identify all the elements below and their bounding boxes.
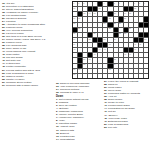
grid-cell[interactable]: 34 xyxy=(73,38,77,42)
crossword-grid[interactable]: 1234567891011121314151617181920212223242… xyxy=(72,1,149,79)
grid-cell[interactable]: 49 xyxy=(129,53,133,57)
cell-number: 37 xyxy=(114,38,116,40)
grid-cell[interactable]: 18 xyxy=(129,12,133,16)
grid-cell[interactable] xyxy=(144,64,148,68)
grid-cell[interactable]: 32 xyxy=(119,33,123,37)
grid-cell[interactable] xyxy=(129,38,133,42)
grid-cell[interactable] xyxy=(129,74,133,78)
grid-cell[interactable] xyxy=(83,69,87,73)
cell-number: 36 xyxy=(104,38,106,40)
block-cell xyxy=(73,28,77,32)
cell-number: 14 xyxy=(88,12,90,14)
grid-cell[interactable] xyxy=(98,12,102,16)
grid-cell[interactable] xyxy=(103,33,107,37)
cell-number: 42 xyxy=(139,43,141,45)
grid-cell[interactable] xyxy=(88,23,92,27)
grid-cell[interactable]: 23 xyxy=(73,23,77,27)
grid-cell[interactable]: 7 xyxy=(134,2,138,6)
grid-cell[interactable] xyxy=(134,74,138,78)
cell-number: 24 xyxy=(104,22,106,24)
grid-cell[interactable]: 1 xyxy=(73,2,77,6)
cell-number: 52 xyxy=(114,58,116,60)
grid-cell[interactable] xyxy=(98,69,102,73)
grid-cell[interactable]: 21 xyxy=(108,17,112,21)
grid-cell[interactable] xyxy=(114,74,118,78)
grid-cell[interactable] xyxy=(88,69,92,73)
grid-cell[interactable]: 17 xyxy=(124,12,128,16)
cell-number: 40 xyxy=(109,43,111,45)
cell-number: 27 xyxy=(78,27,80,29)
grid-cell[interactable] xyxy=(88,2,92,6)
grid-cell[interactable]: 14 xyxy=(88,12,92,16)
grid-cell[interactable] xyxy=(78,33,82,37)
grid-cell[interactable] xyxy=(78,43,82,47)
grid-cell[interactable]: 40 xyxy=(108,43,112,47)
grid-cell[interactable] xyxy=(129,17,133,21)
grid-cell[interactable] xyxy=(144,58,148,62)
grid-cell[interactable] xyxy=(93,2,97,6)
block-cell xyxy=(139,23,143,27)
grid-cell[interactable] xyxy=(83,23,87,27)
grid-cell[interactable]: 16 xyxy=(114,12,118,16)
grid-cell[interactable] xyxy=(139,53,143,57)
grid-cell[interactable] xyxy=(144,48,148,52)
grid-cell[interactable] xyxy=(134,64,138,68)
grid-cell[interactable] xyxy=(144,69,148,73)
cell-number: 28 xyxy=(109,27,111,29)
cell-number: 34 xyxy=(73,38,75,40)
block-cell xyxy=(103,43,107,47)
grid-cell[interactable]: 53 xyxy=(83,64,87,68)
grid-cell[interactable] xyxy=(119,64,123,68)
cell-number: 35 xyxy=(88,38,90,40)
grid-cell[interactable] xyxy=(73,58,77,62)
crossword-puzzle-page: 15. "It's so!"16. Reflection in a cathed… xyxy=(0,0,150,150)
grid-cell[interactable]: 31 xyxy=(93,33,97,37)
grid-cell[interactable]: 38 xyxy=(144,38,148,42)
cell-number: 21 xyxy=(109,17,111,19)
grid-cell[interactable]: 22 xyxy=(124,17,128,21)
grid-cell[interactable] xyxy=(134,53,138,57)
cell-number: 56 xyxy=(78,68,80,70)
grid-cell[interactable] xyxy=(144,43,148,47)
grid-cell[interactable] xyxy=(124,74,128,78)
cell-number: 19 xyxy=(73,17,75,19)
cell-number: 15 xyxy=(93,12,95,14)
grid-cell[interactable] xyxy=(129,43,133,47)
grid-cell[interactable] xyxy=(139,7,143,11)
cell-number: 18 xyxy=(129,12,131,14)
block-cell xyxy=(108,12,112,16)
grid-cell[interactable]: 44 xyxy=(98,48,102,52)
cell-number: 47 xyxy=(93,53,95,55)
cell-number: 10 xyxy=(73,7,75,9)
cell-number: 39 xyxy=(73,43,75,45)
grid-cell[interactable] xyxy=(88,43,92,47)
block-cell xyxy=(129,48,133,52)
cell-number: 53 xyxy=(83,63,85,65)
grid-cell[interactable] xyxy=(139,48,143,52)
grid-cell[interactable]: 5 xyxy=(114,2,118,6)
grid-cell[interactable] xyxy=(93,69,97,73)
grid-cell[interactable]: 48 xyxy=(124,53,128,57)
grid-cell[interactable] xyxy=(124,38,128,42)
cell-number: 30 xyxy=(73,32,75,34)
grid-cell[interactable]: 2 xyxy=(78,2,82,6)
block-cell xyxy=(103,17,107,21)
grid-cell[interactable] xyxy=(129,69,133,73)
block-cell xyxy=(78,12,82,16)
cell-number: 16 xyxy=(114,12,116,14)
clue-item: 61. Rescued with a rubber duckie xyxy=(2,84,60,87)
grid-cell[interactable] xyxy=(83,48,87,52)
cell-number: 12 xyxy=(134,7,136,9)
block-cell xyxy=(129,7,133,11)
block-cell xyxy=(114,28,118,32)
grid-cell[interactable]: 55 xyxy=(73,69,77,73)
grid-cell[interactable] xyxy=(88,64,92,68)
grid-cell[interactable] xyxy=(78,74,82,78)
grid-cell[interactable] xyxy=(98,23,102,27)
cell-number: 57 xyxy=(109,68,111,70)
grid-cell[interactable]: 46 xyxy=(134,48,138,52)
grid-cell[interactable] xyxy=(119,43,123,47)
grid-cell[interactable] xyxy=(98,33,102,37)
grid-cell[interactable] xyxy=(124,58,128,62)
grid-cell[interactable]: 47 xyxy=(93,53,97,57)
across-clue-list-continued: 62. Nanny's iron-child labours?63. "The … xyxy=(56,82,102,94)
cell-number: 11 xyxy=(99,7,101,9)
grid-cell[interactable]: 27 xyxy=(78,28,82,32)
cell-number: 32 xyxy=(119,32,121,34)
grid-cell[interactable] xyxy=(88,48,92,52)
cell-number: 48 xyxy=(124,53,126,55)
cell-number: 44 xyxy=(99,48,101,50)
block-cell xyxy=(88,7,92,11)
grid-cell[interactable] xyxy=(93,58,97,62)
cell-number: 50 xyxy=(83,58,85,60)
grid-cell[interactable] xyxy=(144,74,148,78)
grid-cell[interactable] xyxy=(129,23,133,27)
grid-cell[interactable] xyxy=(103,64,107,68)
grid-cell[interactable] xyxy=(83,53,87,57)
grid-cell[interactable] xyxy=(108,7,112,11)
grid-cell[interactable] xyxy=(129,33,133,37)
grid-cell[interactable] xyxy=(139,58,143,62)
grid-cell[interactable] xyxy=(108,53,112,57)
grid-cell[interactable]: 15 xyxy=(93,12,97,16)
cell-number: 55 xyxy=(73,68,75,70)
grid-cell[interactable]: 51 xyxy=(88,58,92,62)
grid-cell[interactable]: 43 xyxy=(73,48,77,52)
cell-number: 8 xyxy=(139,2,140,4)
grid-cell[interactable] xyxy=(103,58,107,62)
block-cell xyxy=(108,64,112,68)
grid-cell[interactable]: 39 xyxy=(73,43,77,47)
grid-cell[interactable]: 35 xyxy=(88,38,92,42)
block-cell xyxy=(124,28,128,32)
block-cell xyxy=(93,7,97,11)
cell-number: 51 xyxy=(88,58,90,60)
grid-cell[interactable] xyxy=(103,53,107,57)
grid-cell[interactable] xyxy=(134,28,138,32)
cell-number: 25 xyxy=(114,22,116,24)
block-cell xyxy=(93,48,97,52)
cell-number: 54 xyxy=(114,63,116,65)
grid-cell[interactable]: 42 xyxy=(139,43,143,47)
grid-cell[interactable]: 6 xyxy=(119,2,123,6)
grid-cell[interactable] xyxy=(78,38,82,42)
cell-number: 1 xyxy=(73,2,74,4)
grid-cell[interactable] xyxy=(98,53,102,57)
grid-cell[interactable] xyxy=(124,2,128,6)
grid-cell[interactable] xyxy=(124,23,128,27)
grid-cell[interactable] xyxy=(83,33,87,37)
grid-cell[interactable]: 11 xyxy=(98,7,102,11)
grid-cell[interactable] xyxy=(124,69,128,73)
grid-cell[interactable] xyxy=(88,17,92,21)
cell-number: 4 xyxy=(104,2,105,4)
block-cell xyxy=(98,43,102,47)
grid-cell[interactable] xyxy=(134,69,138,73)
block-cell xyxy=(114,33,118,37)
grid-cell[interactable] xyxy=(93,64,97,68)
grid-cell[interactable] xyxy=(144,53,148,57)
block-cell xyxy=(108,23,112,27)
cell-number: 46 xyxy=(134,48,136,50)
grid-cell[interactable] xyxy=(73,12,77,16)
grid-cell[interactable] xyxy=(73,53,77,57)
block-cell xyxy=(144,23,148,27)
grid-cell[interactable] xyxy=(114,17,118,21)
grid-cell[interactable] xyxy=(78,23,82,27)
grid-cell[interactable] xyxy=(114,69,118,73)
block-cell xyxy=(108,2,112,6)
block-cell xyxy=(144,33,148,37)
grid-cell[interactable] xyxy=(119,12,123,16)
grid-cell[interactable] xyxy=(124,43,128,47)
grid-cell[interactable] xyxy=(114,7,118,11)
grid-cell[interactable] xyxy=(83,43,87,47)
grid-cell[interactable]: 13 xyxy=(83,12,87,16)
grid-cell[interactable] xyxy=(119,7,123,11)
block-cell xyxy=(78,64,82,68)
grid-cell[interactable] xyxy=(114,48,118,52)
grid-cell[interactable] xyxy=(88,74,92,78)
grid-cell[interactable] xyxy=(139,17,143,21)
grid-cell[interactable]: 56 xyxy=(78,69,82,73)
grid-cell[interactable] xyxy=(144,7,148,11)
grid-cell[interactable]: 45 xyxy=(103,48,107,52)
grid-cell[interactable] xyxy=(103,7,107,11)
grid-cell[interactable] xyxy=(129,58,133,62)
grid-cell[interactable]: 9 xyxy=(144,2,148,6)
grid-cell[interactable] xyxy=(129,64,133,68)
grid-cell[interactable]: 58 xyxy=(73,74,77,78)
grid-cell[interactable] xyxy=(144,12,148,16)
grid-cell[interactable]: 37 xyxy=(114,38,118,42)
block-cell xyxy=(124,7,128,11)
grid-cell[interactable] xyxy=(83,38,87,42)
grid-cell[interactable] xyxy=(83,28,87,32)
block-cell xyxy=(144,17,148,21)
grid-cell[interactable] xyxy=(98,58,102,62)
clue-item: 14. Understated? xyxy=(56,138,102,141)
grid-cell[interactable] xyxy=(119,28,123,32)
grid-cell[interactable] xyxy=(98,28,102,32)
grid-cell[interactable] xyxy=(93,28,97,32)
cell-number: 20 xyxy=(78,17,80,19)
grid-cell[interactable] xyxy=(134,17,138,21)
grid-cell[interactable] xyxy=(78,48,82,52)
grid-cell[interactable]: 36 xyxy=(103,38,107,42)
cell-number: 45 xyxy=(104,48,106,50)
down-clue-list-continued: 27. Leave the World of Warcraft28. Show … xyxy=(104,80,149,129)
cell-number: 58 xyxy=(73,73,75,75)
grid-cell[interactable] xyxy=(119,58,123,62)
grid-cell[interactable] xyxy=(119,38,123,42)
cell-number: 33 xyxy=(124,32,126,34)
cell-number: 13 xyxy=(83,12,85,14)
grid-cell[interactable] xyxy=(103,28,107,32)
grid-cell[interactable] xyxy=(134,33,138,37)
grid-cell[interactable] xyxy=(103,69,107,73)
grid-cell[interactable] xyxy=(103,12,107,16)
cell-number: 29 xyxy=(129,27,131,29)
cell-number: 5 xyxy=(114,2,115,4)
cell-number: 41 xyxy=(134,43,136,45)
grid-cell[interactable]: 30 xyxy=(73,33,77,37)
block-cell xyxy=(88,53,92,57)
grid-cell[interactable] xyxy=(134,12,138,16)
grid-cell[interactable] xyxy=(119,48,123,52)
cell-number: 6 xyxy=(119,2,120,4)
cell-number: 31 xyxy=(93,32,95,34)
block-cell xyxy=(98,38,102,42)
grid-cell[interactable] xyxy=(119,74,123,78)
cell-number: 49 xyxy=(129,53,131,55)
cell-number: 2 xyxy=(78,2,79,4)
grid-cell[interactable] xyxy=(108,38,112,42)
cell-number: 3 xyxy=(83,2,84,4)
grid-cell[interactable] xyxy=(129,2,133,6)
grid-cell[interactable]: 54 xyxy=(114,64,118,68)
grid-cell[interactable] xyxy=(93,17,97,21)
block-cell xyxy=(98,2,102,6)
grid-cell[interactable]: 41 xyxy=(134,43,138,47)
block-cell xyxy=(139,38,143,42)
grid-cell[interactable]: 25 xyxy=(114,23,118,27)
cell-number: 7 xyxy=(134,2,135,4)
cell-number: 23 xyxy=(73,22,75,24)
grid-cell[interactable]: 26 xyxy=(119,23,123,27)
grid-cell[interactable] xyxy=(134,23,138,27)
cell-number: 17 xyxy=(124,12,126,14)
grid-cell[interactable]: 19 xyxy=(73,17,77,21)
grid-cell[interactable] xyxy=(108,48,112,52)
grid-cell[interactable] xyxy=(83,17,87,21)
grid-cell[interactable] xyxy=(124,64,128,68)
grid-cell[interactable]: 4 xyxy=(103,2,107,6)
grid-cell[interactable] xyxy=(139,12,143,16)
grid-cell[interactable] xyxy=(93,74,97,78)
block-cell xyxy=(78,53,82,57)
clue-item: 53. Pro vote xyxy=(104,126,149,129)
grid-cell[interactable] xyxy=(103,74,107,78)
grid-cell[interactable] xyxy=(93,23,97,27)
grid-cell[interactable] xyxy=(114,53,118,57)
grid-cell[interactable]: 24 xyxy=(103,23,107,27)
down-clue-list: 1. Got a phone without paying2. Upswing3… xyxy=(56,98,102,141)
grid-cell[interactable]: 3 xyxy=(83,2,87,6)
grid-cell[interactable]: 33 xyxy=(124,33,128,37)
grid-cell[interactable]: 20 xyxy=(78,17,82,21)
block-cell xyxy=(88,33,92,37)
grid-cell[interactable] xyxy=(119,53,123,57)
block-cell xyxy=(119,17,123,21)
grid-cell[interactable] xyxy=(144,28,148,32)
cell-number: 22 xyxy=(124,17,126,19)
across-clue-list-left: 15. "It's so!"16. Reflection in a cathed… xyxy=(2,2,60,87)
grid-cell[interactable]: 10 xyxy=(73,7,77,11)
block-cell xyxy=(108,58,112,62)
grid-cell[interactable] xyxy=(83,74,87,78)
grid-cell[interactable] xyxy=(108,74,112,78)
grid-cell[interactable] xyxy=(139,69,143,73)
cell-number: 9 xyxy=(144,2,145,4)
block-cell xyxy=(139,33,143,37)
grid-cell[interactable] xyxy=(88,28,92,32)
block-cell xyxy=(78,58,82,62)
grid-cell[interactable] xyxy=(139,28,143,32)
grid-cell[interactable]: 52 xyxy=(114,58,118,62)
grid-cell[interactable] xyxy=(93,43,97,47)
grid-cell[interactable] xyxy=(78,7,82,11)
grid-cell[interactable] xyxy=(83,7,87,11)
grid-cell[interactable] xyxy=(119,69,123,73)
cell-number: 26 xyxy=(119,22,121,24)
grid-cell[interactable] xyxy=(134,58,138,62)
block-cell xyxy=(124,48,128,52)
grid-cell[interactable]: 28 xyxy=(108,28,112,32)
grid-cell[interactable] xyxy=(139,64,143,68)
grid-cell[interactable] xyxy=(98,64,102,68)
grid-cell[interactable]: 8 xyxy=(139,2,143,6)
cell-number: 43 xyxy=(73,48,75,50)
grid-cell[interactable]: 12 xyxy=(134,7,138,11)
middle-clue-column: 62. Nanny's iron-child labours?63. "The … xyxy=(56,82,102,141)
grid-cell[interactable] xyxy=(114,43,118,47)
grid-cell[interactable] xyxy=(139,74,143,78)
grid-cell[interactable]: 29 xyxy=(129,28,133,32)
grid-cell[interactable] xyxy=(98,74,102,78)
grid-cell[interactable]: 50 xyxy=(83,58,87,62)
grid-cell[interactable] xyxy=(108,33,112,37)
block-cell xyxy=(134,38,138,42)
grid-cell[interactable]: 57 xyxy=(108,69,112,73)
block-cell xyxy=(93,38,97,42)
grid-cell[interactable] xyxy=(98,17,102,21)
grid-cell[interactable] xyxy=(73,64,77,68)
cell-number: 38 xyxy=(144,38,146,40)
